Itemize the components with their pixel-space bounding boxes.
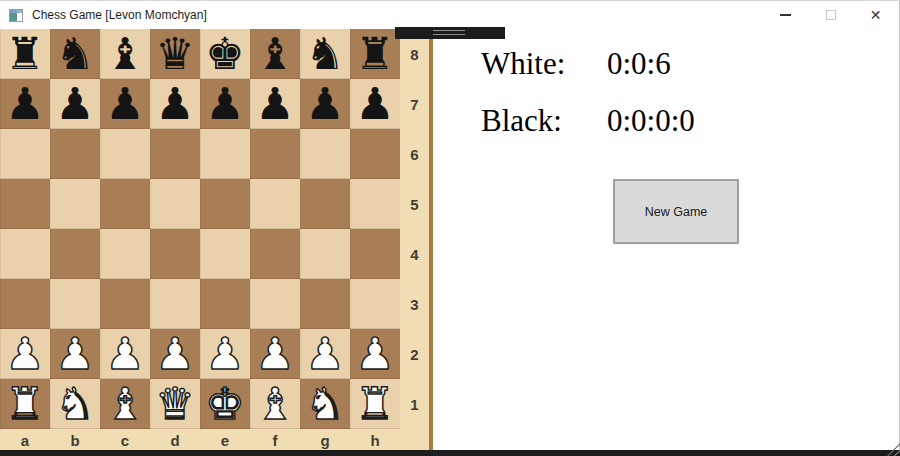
new-game-button[interactable]: New Game (613, 179, 739, 244)
square-h8[interactable]: ♜ (350, 29, 400, 79)
piece-black-rook[interactable]: ♜ (5, 29, 44, 79)
square-a2[interactable]: ♟ (0, 329, 50, 379)
square-c2[interactable]: ♟ (100, 329, 150, 379)
piece-white-pawn[interactable]: ♟ (355, 329, 394, 379)
square-a8[interactable]: ♜ (0, 29, 50, 79)
square-e1[interactable]: ♚ (200, 379, 250, 429)
app-window: Chess Game [Levon Momchyan] ✕ ♜♞♝♛♚♝♞♜8♟… (0, 0, 900, 456)
piece-black-knight[interactable]: ♞ (55, 29, 94, 79)
horizontal-scrollbar[interactable] (395, 27, 505, 39)
square-b7[interactable]: ♟ (50, 79, 100, 129)
rank-label-3: 3 (400, 279, 433, 329)
square-d1[interactable]: ♛ (150, 379, 200, 429)
square-b5[interactable] (50, 179, 100, 229)
square-a7[interactable]: ♟ (0, 79, 50, 129)
square-h3[interactable] (350, 279, 400, 329)
square-d7[interactable]: ♟ (150, 79, 200, 129)
scrollbar-grip-icon (433, 30, 465, 36)
window-title: Chess Game [Levon Momchyan] (32, 8, 207, 22)
square-e6[interactable] (200, 129, 250, 179)
piece-white-bishop[interactable]: ♝ (105, 379, 144, 429)
file-label-a: a (0, 429, 50, 452)
square-e3[interactable] (200, 279, 250, 329)
minimize-button[interactable] (763, 1, 808, 29)
close-icon: ✕ (870, 8, 882, 22)
square-b3[interactable] (50, 279, 100, 329)
piece-black-pawn[interactable]: ♟ (105, 79, 144, 129)
chess-board: ♜♞♝♛♚♝♞♜8♟♟♟♟♟♟♟♟76543♟♟♟♟♟♟♟♟2♜♞♝♛♚♝♞♜1… (0, 29, 433, 452)
white-timer-value: 0:0:6 (607, 46, 671, 82)
square-g5[interactable] (300, 179, 350, 229)
piece-black-pawn[interactable]: ♟ (5, 79, 44, 129)
square-h2[interactable]: ♟ (350, 329, 400, 379)
rank-label-5: 5 (400, 179, 433, 229)
rank-label-4: 4 (400, 229, 433, 279)
square-d6[interactable] (150, 129, 200, 179)
square-g8[interactable]: ♞ (300, 29, 350, 79)
white-timer: White: 0:0:6 (481, 46, 671, 82)
square-g1[interactable]: ♞ (300, 379, 350, 429)
board-frame-corner (400, 429, 433, 452)
square-h4[interactable] (350, 229, 400, 279)
title-bar: Chess Game [Levon Momchyan] ✕ (0, 1, 900, 29)
piece-black-bishop[interactable]: ♝ (255, 29, 294, 79)
file-label-f: f (250, 429, 300, 452)
piece-black-king[interactable]: ♚ (205, 29, 244, 79)
file-label-c: c (100, 429, 150, 452)
square-e7[interactable]: ♟ (200, 79, 250, 129)
square-c4[interactable] (100, 229, 150, 279)
piece-white-pawn[interactable]: ♟ (305, 329, 344, 379)
square-d3[interactable] (150, 279, 200, 329)
square-a5[interactable] (0, 179, 50, 229)
new-game-button-label: New Game (645, 205, 708, 219)
square-g2[interactable]: ♟ (300, 329, 350, 379)
piece-black-queen[interactable]: ♛ (155, 29, 194, 79)
piece-white-queen[interactable]: ♛ (155, 379, 194, 429)
maximize-icon (826, 10, 836, 20)
file-label-g: g (300, 429, 350, 452)
square-h1[interactable]: ♜ (350, 379, 400, 429)
square-f1[interactable]: ♝ (250, 379, 300, 429)
rank-label-7: 7 (400, 79, 433, 129)
square-a6[interactable] (0, 129, 50, 179)
rank-label-6: 6 (400, 129, 433, 179)
rank-label-2: 2 (400, 329, 433, 379)
square-e8[interactable]: ♚ (200, 29, 250, 79)
piece-black-pawn[interactable]: ♟ (155, 79, 194, 129)
square-c6[interactable] (100, 129, 150, 179)
window-controls: ✕ (763, 1, 898, 29)
square-d2[interactable]: ♟ (150, 329, 200, 379)
square-d5[interactable] (150, 179, 200, 229)
file-label-h: h (350, 429, 400, 452)
square-b1[interactable]: ♞ (50, 379, 100, 429)
piece-white-pawn[interactable]: ♟ (55, 329, 94, 379)
black-timer-label: Black: (481, 103, 607, 139)
square-f2[interactable]: ♟ (250, 329, 300, 379)
square-h7[interactable]: ♟ (350, 79, 400, 129)
piece-black-pawn[interactable]: ♟ (255, 79, 294, 129)
square-b8[interactable]: ♞ (50, 29, 100, 79)
square-b2[interactable]: ♟ (50, 329, 100, 379)
file-label-d: d (150, 429, 200, 452)
piece-white-pawn[interactable]: ♟ (255, 329, 294, 379)
square-g6[interactable] (300, 129, 350, 179)
maximize-button[interactable] (808, 1, 853, 29)
black-timer: Black: 0:0:0:0 (481, 103, 695, 139)
piece-black-knight[interactable]: ♞ (305, 29, 344, 79)
file-label-b: b (50, 429, 100, 452)
rank-label-1: 1 (400, 379, 433, 429)
minimize-icon (780, 14, 791, 16)
piece-black-pawn[interactable]: ♟ (55, 79, 94, 129)
piece-black-pawn[interactable]: ♟ (355, 79, 394, 129)
square-c7[interactable]: ♟ (100, 79, 150, 129)
white-timer-label: White: (481, 46, 607, 82)
square-d8[interactable]: ♛ (150, 29, 200, 79)
square-f8[interactable]: ♝ (250, 29, 300, 79)
square-c3[interactable] (100, 279, 150, 329)
square-e5[interactable] (200, 179, 250, 229)
square-e4[interactable] (200, 229, 250, 279)
piece-black-bishop[interactable]: ♝ (105, 29, 144, 79)
square-g3[interactable] (300, 279, 350, 329)
square-f3[interactable] (250, 279, 300, 329)
square-g4[interactable] (300, 229, 350, 279)
piece-white-king[interactable]: ♚ (205, 379, 244, 429)
square-g7[interactable]: ♟ (300, 79, 350, 129)
square-a4[interactable] (0, 229, 50, 279)
app-icon (9, 9, 23, 22)
square-b6[interactable] (50, 129, 100, 179)
piece-white-pawn[interactable]: ♟ (205, 329, 244, 379)
square-f4[interactable] (250, 229, 300, 279)
file-label-e: e (200, 429, 250, 452)
piece-white-knight[interactable]: ♞ (305, 379, 344, 429)
square-f6[interactable] (250, 129, 300, 179)
piece-black-pawn[interactable]: ♟ (305, 79, 344, 129)
square-c5[interactable] (100, 179, 150, 229)
piece-white-bishop[interactable]: ♝ (255, 379, 294, 429)
piece-black-rook[interactable]: ♜ (355, 29, 394, 79)
close-button[interactable]: ✕ (853, 1, 898, 29)
square-h5[interactable] (350, 179, 400, 229)
piece-white-knight[interactable]: ♞ (55, 379, 94, 429)
piece-black-pawn[interactable]: ♟ (205, 79, 244, 129)
square-a3[interactable] (0, 279, 50, 329)
square-h6[interactable] (350, 129, 400, 179)
piece-white-pawn[interactable]: ♟ (105, 329, 144, 379)
piece-white-rook[interactable]: ♜ (5, 379, 44, 429)
square-a1[interactable]: ♜ (0, 379, 50, 429)
square-b4[interactable] (50, 229, 100, 279)
piece-white-pawn[interactable]: ♟ (155, 329, 194, 379)
square-d4[interactable] (150, 229, 200, 279)
square-f7[interactable]: ♟ (250, 79, 300, 129)
square-e2[interactable]: ♟ (200, 329, 250, 379)
square-f5[interactable] (250, 179, 300, 229)
square-c1[interactable]: ♝ (100, 379, 150, 429)
piece-white-rook[interactable]: ♜ (355, 379, 394, 429)
piece-white-pawn[interactable]: ♟ (5, 329, 44, 379)
window-bottom-edge (0, 450, 900, 456)
black-timer-value: 0:0:0:0 (607, 103, 695, 139)
square-c8[interactable]: ♝ (100, 29, 150, 79)
